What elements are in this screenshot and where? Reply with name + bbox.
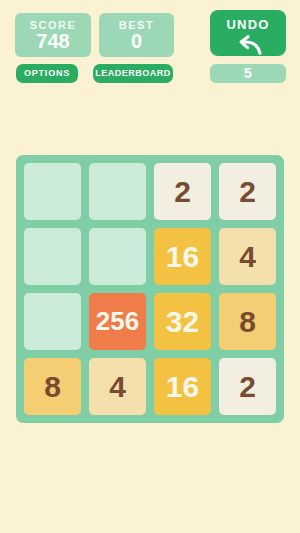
tile-2-r4c4: 2 bbox=[219, 358, 276, 415]
score-value: 748 bbox=[15, 31, 91, 52]
tile-2-r1c4: 2 bbox=[219, 163, 276, 220]
score-box: SCORE 748 bbox=[15, 13, 91, 57]
game-screen-2048: SCORE 748 BEST 0 UNDO OPTIONS LEADERBOAR… bbox=[0, 0, 300, 533]
undo-button[interactable]: UNDO bbox=[210, 10, 286, 56]
options-button[interactable]: OPTIONS bbox=[16, 64, 78, 83]
tile-2-r1c3: 2 bbox=[154, 163, 211, 220]
tile-32-r3c3: 32 bbox=[154, 293, 211, 350]
empty-cell-r1c2 bbox=[89, 163, 146, 220]
undo-count-badge: 5 bbox=[210, 64, 286, 83]
best-value: 0 bbox=[99, 31, 174, 52]
tile-16-r4c3: 16 bbox=[154, 358, 211, 415]
leaderboard-button[interactable]: LEADERBOARD bbox=[93, 64, 173, 83]
undo-button-label: UNDO bbox=[226, 17, 269, 32]
empty-cell-r1c1 bbox=[24, 163, 81, 220]
best-box: BEST 0 bbox=[99, 13, 174, 57]
tile-8-r4c1: 8 bbox=[24, 358, 81, 415]
tile-256-r3c2: 256 bbox=[89, 293, 146, 350]
empty-cell-r3c1 bbox=[24, 293, 81, 350]
game-board[interactable]: 2216425632884162 bbox=[16, 155, 284, 423]
empty-cell-r2c1 bbox=[24, 228, 81, 285]
tile-4-r2c4: 4 bbox=[219, 228, 276, 285]
undo-arrow-icon bbox=[229, 33, 267, 55]
tile-8-r3c4: 8 bbox=[219, 293, 276, 350]
tile-4-r4c2: 4 bbox=[89, 358, 146, 415]
board-grid: 2216425632884162 bbox=[24, 163, 276, 415]
empty-cell-r2c2 bbox=[89, 228, 146, 285]
tile-16-r2c3: 16 bbox=[154, 228, 211, 285]
